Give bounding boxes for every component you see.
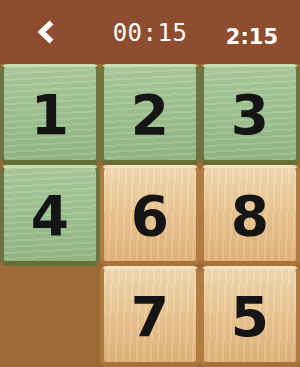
tile-6[interactable]: 6 xyxy=(100,165,200,266)
tile-number: 6 xyxy=(131,189,169,244)
empty-cell xyxy=(0,266,100,367)
tile-7[interactable]: 7 xyxy=(100,266,200,367)
tile-number: 1 xyxy=(31,88,69,143)
board-cell: 1 xyxy=(0,64,100,165)
tile-number: 8 xyxy=(231,189,269,244)
puzzle-board: 12346875 xyxy=(0,64,300,367)
tile-3[interactable]: 3 xyxy=(200,64,300,165)
tile-5[interactable]: 5 xyxy=(200,266,300,367)
board-cell: 5 xyxy=(200,266,300,367)
board-cell: 7 xyxy=(100,266,200,367)
tile-number: 3 xyxy=(231,88,269,143)
board-cell: 6 xyxy=(100,165,200,266)
tile-1[interactable]: 1 xyxy=(0,64,100,165)
watch-screen: 00:15 2:15 12346875 xyxy=(0,0,300,367)
tile-number: 7 xyxy=(131,290,169,345)
board-cell: 8 xyxy=(200,165,300,266)
tile-number: 2 xyxy=(131,88,169,143)
header-bar: 00:15 2:15 xyxy=(0,0,300,64)
tile-2[interactable]: 2 xyxy=(100,64,200,165)
system-clock: 2:15 xyxy=(226,27,278,48)
tile-number: 5 xyxy=(231,290,269,345)
tile-4[interactable]: 4 xyxy=(0,165,100,266)
board-cell: 4 xyxy=(0,165,100,266)
board-cell: 3 xyxy=(200,64,300,165)
tile-number: 4 xyxy=(31,189,69,244)
tile-8[interactable]: 8 xyxy=(200,165,300,266)
board-cell: 2 xyxy=(100,64,200,165)
